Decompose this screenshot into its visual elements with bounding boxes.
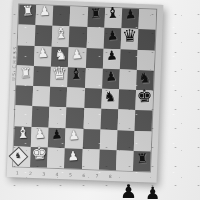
square-c6[interactable]: ♟ bbox=[103, 48, 121, 69]
white-pawn[interactable]: ♟ bbox=[71, 49, 83, 62]
square-e5[interactable] bbox=[84, 88, 102, 109]
captured-black-pawn[interactable]: ♟ bbox=[145, 185, 160, 200]
square-a8[interactable] bbox=[138, 9, 156, 30]
white-king[interactable]: ♚ bbox=[31, 145, 48, 163]
black-pawn[interactable]: ♟ bbox=[124, 8, 136, 21]
white-bishop[interactable]: ♝ bbox=[54, 26, 68, 42]
square-h3[interactable] bbox=[47, 147, 65, 168]
square-b4[interactable] bbox=[69, 27, 87, 48]
square-g8[interactable] bbox=[134, 130, 152, 151]
square-d3[interactable]: ♛ bbox=[50, 66, 68, 87]
black-bishop[interactable]: ♝ bbox=[69, 67, 83, 83]
square-g3[interactable]: ♟ bbox=[48, 127, 66, 148]
black-bishop[interactable]: ♝ bbox=[106, 5, 120, 21]
square-h6[interactable] bbox=[99, 149, 117, 170]
square-d1[interactable]: ♜ bbox=[16, 65, 34, 86]
black-knight[interactable]: ♞ bbox=[103, 89, 116, 104]
square-b5[interactable] bbox=[86, 27, 104, 48]
square-d5[interactable] bbox=[85, 68, 103, 89]
square-c2[interactable]: ♟ bbox=[34, 46, 52, 67]
square-d4[interactable]: ♝ bbox=[68, 67, 86, 88]
white-pawn[interactable]: ♟ bbox=[68, 129, 80, 142]
white-pawn[interactable]: ♟ bbox=[68, 150, 80, 163]
white-pawn[interactable]: ♟ bbox=[34, 128, 46, 141]
white-knight[interactable]: ♞ bbox=[54, 47, 67, 62]
square-b1[interactable] bbox=[18, 25, 36, 46]
square-b8[interactable] bbox=[138, 29, 156, 50]
square-f7[interactable] bbox=[117, 110, 135, 131]
square-f8[interactable] bbox=[134, 110, 152, 131]
chessboard-photo: US CHESS ♜♟♜♝♟♝♟♛♟♞♟♟♜♛♝♟♞♞♚♝♟♟♟♚♟♜ ♞ 1 … bbox=[0, 0, 200, 200]
square-g6[interactable] bbox=[99, 129, 117, 150]
white-rook[interactable]: ♜ bbox=[19, 66, 31, 80]
square-h2[interactable]: ♚ bbox=[30, 147, 48, 168]
white-queen[interactable]: ♛ bbox=[51, 65, 67, 83]
square-a2[interactable]: ♟ bbox=[36, 5, 54, 26]
black-king[interactable]: ♚ bbox=[136, 88, 153, 106]
square-g7[interactable] bbox=[117, 130, 135, 151]
square-h7[interactable] bbox=[116, 150, 134, 171]
square-c7[interactable] bbox=[120, 49, 138, 70]
black-queen[interactable]: ♛ bbox=[121, 27, 137, 45]
chessboard: US CHESS ♜♟♜♝♟♝♟♛♟♞♟♟♜♛♝♟♞♞♚♝♟♟♟♚♟♜ ♞ 1 … bbox=[7, 0, 164, 183]
square-e6[interactable]: ♞ bbox=[101, 89, 119, 110]
square-g4[interactable]: ♟ bbox=[65, 128, 83, 149]
black-pawn[interactable]: ♟ bbox=[106, 50, 118, 63]
square-e2[interactable] bbox=[33, 86, 51, 107]
captured-black-pawn[interactable]: ♟ bbox=[120, 182, 137, 200]
square-a1[interactable]: ♜ bbox=[18, 4, 36, 25]
square-e8[interactable]: ♚ bbox=[135, 90, 153, 111]
square-d2[interactable] bbox=[33, 66, 51, 87]
white-pawn[interactable]: ♟ bbox=[39, 5, 51, 18]
board-coordinates: 1 2 3 4 5 6 7 8 bbox=[16, 170, 147, 180]
square-b7[interactable]: ♛ bbox=[120, 29, 138, 50]
white-rook[interactable]: ♜ bbox=[21, 4, 33, 18]
black-pawn[interactable]: ♟ bbox=[105, 70, 117, 83]
square-f2[interactable] bbox=[32, 106, 50, 127]
square-e7[interactable] bbox=[118, 89, 136, 110]
square-a4[interactable] bbox=[70, 6, 88, 27]
square-a5[interactable]: ♜ bbox=[87, 7, 105, 28]
square-b2[interactable] bbox=[35, 25, 53, 46]
board-grid: ♜♟♜♝♟♝♟♛♟♞♟♟♜♛♝♟♞♞♚♝♟♟♟♚♟♜ bbox=[13, 4, 156, 171]
knight-logo-icon: ♞ bbox=[15, 152, 22, 160]
square-d7[interactable] bbox=[119, 69, 137, 90]
square-h8[interactable]: ♜ bbox=[133, 151, 151, 172]
square-d6[interactable]: ♟ bbox=[102, 68, 120, 89]
square-f3[interactable] bbox=[49, 107, 67, 128]
black-rook[interactable]: ♜ bbox=[136, 152, 148, 166]
square-f6[interactable] bbox=[100, 109, 118, 130]
square-e1[interactable] bbox=[15, 85, 33, 106]
square-f4[interactable] bbox=[66, 108, 84, 129]
square-g5[interactable] bbox=[82, 128, 100, 149]
square-h5[interactable] bbox=[82, 149, 100, 170]
square-e4[interactable] bbox=[67, 87, 85, 108]
square-c1[interactable] bbox=[17, 45, 35, 66]
black-knight[interactable]: ♞ bbox=[138, 70, 151, 85]
white-pawn[interactable]: ♟ bbox=[37, 47, 49, 60]
square-b3[interactable]: ♝ bbox=[52, 26, 70, 47]
square-h4[interactable]: ♟ bbox=[64, 148, 82, 169]
square-b6[interactable]: ♟ bbox=[103, 28, 121, 49]
black-pawn[interactable]: ♟ bbox=[106, 30, 118, 43]
square-c8[interactable] bbox=[137, 49, 155, 70]
white-bishop[interactable]: ♝ bbox=[16, 126, 30, 142]
square-g1[interactable]: ♝ bbox=[14, 126, 32, 147]
black-pawn[interactable]: ♟ bbox=[51, 129, 63, 142]
square-a6[interactable]: ♝ bbox=[104, 8, 122, 29]
square-e3[interactable] bbox=[50, 87, 68, 108]
black-rook[interactable]: ♜ bbox=[90, 6, 102, 20]
square-c5[interactable] bbox=[85, 48, 103, 69]
board-brand-text: US CHESS bbox=[11, 45, 17, 81]
square-f5[interactable] bbox=[83, 108, 101, 129]
